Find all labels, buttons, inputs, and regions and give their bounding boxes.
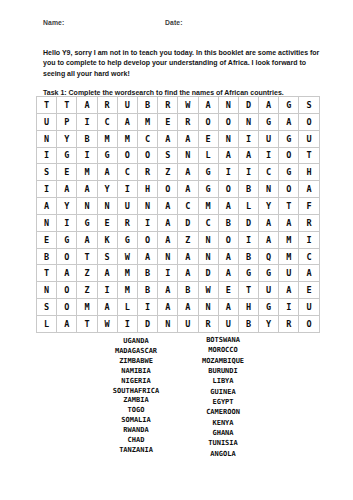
grid-cell-r2c5: A (118, 114, 138, 131)
grid-cell-r5c6: R (138, 164, 158, 181)
grid-cell-r4c14: T (299, 148, 319, 165)
grid-cell-r9c9: N (199, 232, 219, 249)
grid-cell-r6c10: O (219, 181, 239, 198)
word-item: LIBYA (164, 376, 282, 386)
grid-cell-r10c5: W (118, 249, 138, 266)
grid-cell-r8c11: D (239, 215, 259, 232)
grid-cell-r7c1: A (37, 198, 57, 215)
grid-cell-r2c1: U (37, 114, 57, 131)
word-item: MOZAMBIQUE (164, 356, 282, 366)
grid-cell-r7c12: Y (259, 198, 279, 215)
grid-cell-r4c5: O (118, 148, 138, 165)
grid-cell-r7c10: A (219, 198, 239, 215)
grid-cell-r13c13: I (279, 299, 299, 316)
grid-cell-r13c2: O (57, 299, 77, 316)
grid-cell-r3c1: N (37, 131, 57, 148)
grid-cell-r3c5: M (118, 131, 138, 148)
grid-cell-r13c7: A (158, 299, 178, 316)
grid-cell-r13c11: H (239, 299, 259, 316)
grid-cell-r10c7: N (158, 249, 178, 266)
grid-cell-r9c2: G (57, 232, 77, 249)
grid-cell-r13c5: L (118, 299, 138, 316)
grid-cell-r10c10: A (219, 249, 239, 266)
grid-cell-r13c3: M (77, 299, 97, 316)
grid-cell-r9c5: G (118, 232, 138, 249)
grid-cell-r2c2: P (57, 114, 77, 131)
grid-cell-r3c14: U (299, 131, 319, 148)
grid-cell-r2c3: I (77, 114, 97, 131)
grid-cell-r13c1: S (37, 299, 57, 316)
grid-cell-r8c2: I (57, 215, 77, 232)
grid-cell-r3c13: G (279, 131, 299, 148)
worksheet-page: Name: Date: Hello Y9, sorry I am not in … (0, 0, 353, 500)
grid-cell-r11c9: D (199, 265, 219, 282)
grid-cell-r4c9: L (199, 148, 219, 165)
grid-cell-r3c12: U (259, 131, 279, 148)
grid-cell-r2c14: O (299, 114, 319, 131)
grid-cell-r3c8: A (178, 131, 198, 148)
grid-cell-r3c11: I (239, 131, 259, 148)
grid-cell-r7c7: A (158, 198, 178, 215)
grid-cell-r9c4: K (98, 232, 118, 249)
grid-cell-r2c7: E (158, 114, 178, 131)
grid-cell-r11c14: A (299, 265, 319, 282)
grid-cell-r3c4: M (98, 131, 118, 148)
grid-cell-r9c3: A (77, 232, 97, 249)
grid-cell-r14c11: B (239, 316, 259, 333)
grid-cell-r6c3: A (77, 181, 97, 198)
grid-cell-r1c6: B (138, 97, 158, 114)
grid-cell-r2c12: G (259, 114, 279, 131)
grid-cell-r9c13: M (279, 232, 299, 249)
grid-cell-r8c5: R (118, 215, 138, 232)
grid-cell-r14c8: U (178, 316, 198, 333)
grid-cell-r1c10: N (219, 97, 239, 114)
word-list-right: BOTSWANAMOROCCOMOZAMBIQUEBURUNDILIBYAGUI… (164, 335, 282, 459)
grid-cell-r4c13: O (279, 148, 299, 165)
grid-cell-r8c10: B (219, 215, 239, 232)
grid-cell-r7c11: L (239, 198, 259, 215)
grid-cell-r8c8: D (178, 215, 198, 232)
grid-cell-r6c2: A (57, 181, 77, 198)
grid-cell-r1c11: D (239, 97, 259, 114)
grid-cell-r2c8: R (178, 114, 198, 131)
grid-cell-r9c11: I (239, 232, 259, 249)
grid-cell-r11c12: G (259, 265, 279, 282)
grid-cell-r5c11: I (239, 164, 259, 181)
grid-cell-r6c4: Y (98, 181, 118, 198)
grid-cell-r6c11: B (239, 181, 259, 198)
word-item: EGYPT (164, 397, 282, 407)
grid-cell-r2c4: C (98, 114, 118, 131)
grid-cell-r3c6: C (138, 131, 158, 148)
grid-cell-r4c11: A (239, 148, 259, 165)
grid-cell-r5c10: I (219, 164, 239, 181)
grid-cell-r6c9: G (199, 181, 219, 198)
grid-cell-r14c12: Y (259, 316, 279, 333)
grid-cell-r5c5: C (118, 164, 138, 181)
grid-cell-r12c2: O (57, 282, 77, 299)
grid-cell-r5c9: G (199, 164, 219, 181)
grid-cell-r5c1: S (37, 164, 57, 181)
grid-cell-r3c10: N (219, 131, 239, 148)
grid-cell-r2c9: O (199, 114, 219, 131)
grid-cell-r2c11: N (239, 114, 259, 131)
grid-cell-r7c13: T (279, 198, 299, 215)
grid-cell-r7c9: M (199, 198, 219, 215)
grid-cell-r13c8: A (178, 299, 198, 316)
grid-cell-r14c3: T (77, 316, 97, 333)
grid-cell-r14c2: A (57, 316, 77, 333)
grid-cell-r1c8: W (178, 97, 198, 114)
grid-cell-r10c13: M (279, 249, 299, 266)
word-item: CAMEROON (164, 407, 282, 417)
grid-cell-r2c6: M (138, 114, 158, 131)
grid-cell-r13c9: N (199, 299, 219, 316)
grid-cell-r6c8: A (178, 181, 198, 198)
grid-cell-r14c9: R (199, 316, 219, 333)
grid-cell-r9c12: A (259, 232, 279, 249)
grid-cell-r12c7: A (158, 282, 178, 299)
grid-cell-r12c8: B (178, 282, 198, 299)
grid-cell-r8c14: R (299, 215, 319, 232)
grid-cell-r14c10: U (219, 316, 239, 333)
grid-cell-r11c13: U (279, 265, 299, 282)
grid-cell-r10c14: C (299, 249, 319, 266)
grid-cell-r8c4: E (98, 215, 118, 232)
grid-cell-r7c8: C (178, 198, 198, 215)
grid-cell-r10c6: A (138, 249, 158, 266)
grid-cell-r10c11: B (239, 249, 259, 266)
grid-cell-r3c2: Y (57, 131, 77, 148)
grid-cell-r4c6: O (138, 148, 158, 165)
name-label: Name: (43, 19, 64, 26)
grid-cell-r11c4: A (98, 265, 118, 282)
grid-cell-r8c9: C (199, 215, 219, 232)
grid-cell-r1c5: U (118, 97, 138, 114)
grid-cell-r1c3: A (77, 97, 97, 114)
grid-cell-r5c7: Z (158, 164, 178, 181)
grid-cell-r14c14: O (299, 316, 319, 333)
grid-cell-r12c12: U (259, 282, 279, 299)
grid-cell-r5c4: A (98, 164, 118, 181)
grid-cell-r13c10: A (219, 299, 239, 316)
grid-cell-r13c14: U (299, 299, 319, 316)
grid-cell-r11c10: A (219, 265, 239, 282)
grid-cell-r6c13: O (279, 181, 299, 198)
grid-cell-r11c2: A (57, 265, 77, 282)
grid-cell-r8c13: A (279, 215, 299, 232)
task-instruction: Task 1: Complete the wordsearch to find … (43, 89, 343, 96)
grid-cell-r8c1: N (37, 215, 57, 232)
intro-paragraph: Hello Y9, sorry I am not in to teach you… (43, 48, 328, 79)
grid-cell-r6c5: I (118, 181, 138, 198)
grid-cell-r1c12: A (259, 97, 279, 114)
grid-cell-r8c6: I (138, 215, 158, 232)
grid-cell-r4c2: G (57, 148, 77, 165)
grid-cell-r4c12: I (259, 148, 279, 165)
grid-cell-r8c7: A (158, 215, 178, 232)
grid-cell-r8c3: G (77, 215, 97, 232)
grid-cell-r7c6: N (138, 198, 158, 215)
grid-cell-r1c1: T (37, 97, 57, 114)
grid-cell-r9c6: O (138, 232, 158, 249)
grid-cell-r12c14: E (299, 282, 319, 299)
grid-cell-r5c2: E (57, 164, 77, 181)
grid-cell-r11c11: G (239, 265, 259, 282)
grid-cell-r1c9: A (199, 97, 219, 114)
grid-cell-r2c13: A (279, 114, 299, 131)
word-item: GHANA (164, 428, 282, 438)
grid-cell-r1c13: G (279, 97, 299, 114)
grid-cell-r11c6: B (138, 265, 158, 282)
grid-cell-r5c13: G (279, 164, 299, 181)
grid-cell-r8c12: A (259, 215, 279, 232)
grid-cell-r12c6: B (138, 282, 158, 299)
grid-cell-r9c8: Z (178, 232, 198, 249)
grid-cell-r1c4: R (98, 97, 118, 114)
word-item: BOTSWANA (164, 335, 282, 345)
grid-cell-r12c3: Z (77, 282, 97, 299)
grid-cell-r6c1: I (37, 181, 57, 198)
grid-cell-r9c7: A (158, 232, 178, 249)
grid-cell-r9c14: I (299, 232, 319, 249)
grid-cell-r6c14: A (299, 181, 319, 198)
grid-cell-r4c3: I (77, 148, 97, 165)
grid-cell-r6c6: H (138, 181, 158, 198)
grid-cell-r14c1: L (37, 316, 57, 333)
grid-cell-r12c9: W (199, 282, 219, 299)
grid-cell-r13c12: G (259, 299, 279, 316)
grid-cell-r3c9: E (199, 131, 219, 148)
word-item: MOROCCO (164, 345, 282, 355)
grid-cell-r10c2: O (57, 249, 77, 266)
grid-cell-r6c12: N (259, 181, 279, 198)
grid-cell-r13c4: A (98, 299, 118, 316)
grid-cell-r11c5: M (118, 265, 138, 282)
grid-cell-r7c14: F (299, 198, 319, 215)
grid-cell-r10c3: T (77, 249, 97, 266)
grid-cell-r11c7: I (158, 265, 178, 282)
grid-cell-r14c7: N (158, 316, 178, 333)
grid-cell-r12c11: T (239, 282, 259, 299)
grid-cell-r14c13: R (279, 316, 299, 333)
grid-cell-r10c1: B (37, 249, 57, 266)
grid-cell-r3c3: B (77, 131, 97, 148)
grid-cell-r2c10: O (219, 114, 239, 131)
word-item: TUNISIA (164, 438, 282, 448)
grid-cell-r10c9: N (199, 249, 219, 266)
grid-cell-r10c4: S (98, 249, 118, 266)
word-item: BURUNDI (164, 366, 282, 376)
grid-cell-r4c8: N (178, 148, 198, 165)
wordsearch-grid: TTARUBRWANDAGSUPICAMEROONGAONYBMMCAAENIU… (36, 96, 320, 333)
grid-cell-r5c14: H (299, 164, 319, 181)
grid-cell-r7c3: N (77, 198, 97, 215)
grid-cell-r13c6: I (138, 299, 158, 316)
word-item: ANGOLA (164, 449, 282, 459)
grid-cell-r1c2: T (57, 97, 77, 114)
grid-cell-r14c5: I (118, 316, 138, 333)
grid-cell-r12c5: M (118, 282, 138, 299)
grid-cell-r1c14: S (299, 97, 319, 114)
word-item: KENYA (164, 418, 282, 428)
grid-cell-r4c1: I (37, 148, 57, 165)
grid-cell-r7c2: Y (57, 198, 77, 215)
grid-cell-r6c7: O (158, 181, 178, 198)
grid-cell-r7c5: U (118, 198, 138, 215)
grid-cell-r14c4: W (98, 316, 118, 333)
grid-cell-r9c1: E (37, 232, 57, 249)
grid-cell-r14c6: D (138, 316, 158, 333)
grid-cell-r11c3: Z (77, 265, 97, 282)
grid-cell-r11c1: T (37, 265, 57, 282)
grid-cell-r5c12: C (259, 164, 279, 181)
grid-cell-r10c8: A (178, 249, 198, 266)
grid-cell-r9c10: O (219, 232, 239, 249)
word-item: GUINEA (164, 387, 282, 397)
grid-cell-r1c7: R (158, 97, 178, 114)
grid-cell-r5c3: M (77, 164, 97, 181)
grid-cell-r4c4: G (98, 148, 118, 165)
grid-cell-r5c8: A (178, 164, 198, 181)
grid-cell-r10c12: Q (259, 249, 279, 266)
grid-cell-r3c7: A (158, 131, 178, 148)
grid-cell-r11c8: A (178, 265, 198, 282)
grid-cell-r12c1: N (37, 282, 57, 299)
date-label: Date: (165, 19, 183, 26)
grid-cell-r12c13: A (279, 282, 299, 299)
grid-cell-r7c4: N (98, 198, 118, 215)
grid-cell-r4c7: S (158, 148, 178, 165)
grid-cell-r12c10: E (219, 282, 239, 299)
grid-cell-r12c4: I (98, 282, 118, 299)
grid-cell-r4c10: A (219, 148, 239, 165)
